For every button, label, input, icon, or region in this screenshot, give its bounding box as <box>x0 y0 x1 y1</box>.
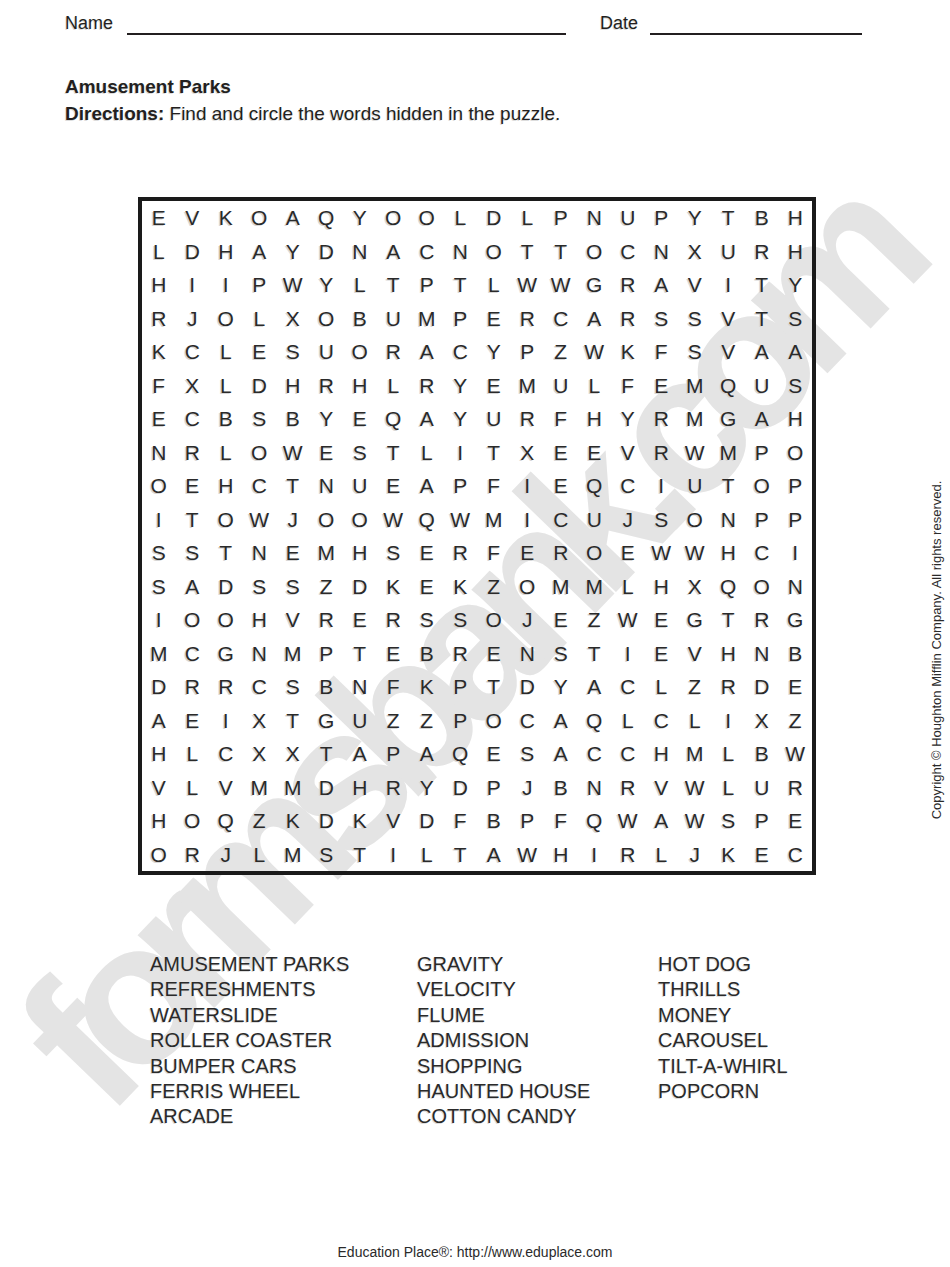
grid-cell-r5c10: C <box>444 335 478 369</box>
grid-cell-r13c6: R <box>310 603 344 637</box>
grid-cell-r19c9: D <box>410 804 444 838</box>
grid-cell-r2c16: N <box>645 235 679 269</box>
grid-cell-r7c8: Q <box>377 402 411 436</box>
grid-cell-r13c13: E <box>544 603 578 637</box>
grid-cell-r12c19: O <box>745 570 779 604</box>
grid-cell-r10c19: P <box>745 503 779 537</box>
grid-cell-r6c2: X <box>176 369 210 403</box>
grid-cell-r17c19: B <box>745 737 779 771</box>
grid-cell-r12c6: Z <box>310 570 344 604</box>
name-label: Name <box>65 13 113 34</box>
grid-cell-r6c11: E <box>477 369 511 403</box>
grid-cell-r6c19: U <box>745 369 779 403</box>
grid-cell-r4c3: O <box>209 302 243 336</box>
word-item: HAUNTED HOUSE <box>417 1079 590 1104</box>
grid-cell-r11c2: S <box>176 536 210 570</box>
grid-cell-r12c15: L <box>611 570 645 604</box>
grid-cell-r2c4: A <box>243 235 277 269</box>
grid-cell-r2c1: L <box>142 235 176 269</box>
grid-cell-r17c1: H <box>142 737 176 771</box>
grid-cell-r14c15: I <box>611 637 645 671</box>
grid-cell-r4c1: R <box>142 302 176 336</box>
grid-cell-r3c20: Y <box>779 268 813 302</box>
grid-cell-r3c3: I <box>209 268 243 302</box>
grid-cell-r3c1: H <box>142 268 176 302</box>
grid-cell-r7c20: H <box>779 402 813 436</box>
grid-cell-r20c19: E <box>745 838 779 872</box>
grid-cell-r11c9: E <box>410 536 444 570</box>
grid-cell-r11c12: E <box>511 536 545 570</box>
word-item: THRILLS <box>658 977 788 1002</box>
grid-cell-r7c18: G <box>712 402 746 436</box>
word-search-grid: EVKOAQYOOLDLPNUPYTBHLDHAYDNACNOTTOCNXURH… <box>138 197 816 875</box>
grid-cell-r11c17: W <box>678 536 712 570</box>
grid-cell-r17c14: C <box>578 737 612 771</box>
grid-cell-r1c13: P <box>544 201 578 235</box>
grid-cell-r17c13: A <box>544 737 578 771</box>
grid-cell-r5c20: A <box>779 335 813 369</box>
grid-cell-r1c20: H <box>779 201 813 235</box>
grid-cell-r15c14: A <box>578 670 612 704</box>
grid-cell-r20c9: L <box>410 838 444 872</box>
grid-cell-r6c16: E <box>645 369 679 403</box>
copyright-notice: Copyright © Houghton Mifflin Company. Al… <box>929 481 944 820</box>
grid-cell-r19c15: W <box>611 804 645 838</box>
grid-cell-r5c6: U <box>310 335 344 369</box>
grid-cell-r3c12: W <box>511 268 545 302</box>
grid-cell-r4c11: E <box>477 302 511 336</box>
grid-cell-r9c8: E <box>377 469 411 503</box>
word-item: TILT-A-WHIRL <box>658 1054 788 1079</box>
grid-cell-r14c16: E <box>645 637 679 671</box>
grid-cell-r20c3: J <box>209 838 243 872</box>
grid-cell-r2c10: N <box>444 235 478 269</box>
grid-cell-r15c10: P <box>444 670 478 704</box>
grid-cell-r17c2: L <box>176 737 210 771</box>
grid-cell-r2c12: T <box>511 235 545 269</box>
grid-cell-r17c7: A <box>343 737 377 771</box>
grid-cell-r1c3: K <box>209 201 243 235</box>
grid-cell-r13c20: G <box>779 603 813 637</box>
grid-cell-r9c9: A <box>410 469 444 503</box>
grid-cell-r8c10: I <box>444 436 478 470</box>
grid-cell-r14c17: V <box>678 637 712 671</box>
grid-cell-r5c5: S <box>276 335 310 369</box>
grid-cell-r20c12: W <box>511 838 545 872</box>
grid-cell-r11c6: M <box>310 536 344 570</box>
grid-cell-r17c16: H <box>645 737 679 771</box>
grid-cell-r6c13: U <box>544 369 578 403</box>
grid-cell-r10c1: I <box>142 503 176 537</box>
grid-cell-r4c2: J <box>176 302 210 336</box>
grid-cell-r8c2: R <box>176 436 210 470</box>
grid-cell-r4c19: T <box>745 302 779 336</box>
grid-cell-r9c7: U <box>343 469 377 503</box>
grid-cell-r6c20: S <box>779 369 813 403</box>
grid-cell-r18c8: R <box>377 771 411 805</box>
grid-cell-r10c16: S <box>645 503 679 537</box>
grid-cell-r5c11: Y <box>477 335 511 369</box>
grid-cell-r15c3: R <box>209 670 243 704</box>
grid-cell-r12c5: S <box>276 570 310 604</box>
word-item: CAROUSEL <box>658 1028 788 1053</box>
grid-cell-r5c3: L <box>209 335 243 369</box>
grid-cell-r2c13: T <box>544 235 578 269</box>
grid-cell-r7c15: Y <box>611 402 645 436</box>
grid-cell-r3c7: L <box>343 268 377 302</box>
grid-cell-r17c11: E <box>477 737 511 771</box>
grid-cell-r18c4: M <box>243 771 277 805</box>
grid-cell-r3c2: I <box>176 268 210 302</box>
grid-cell-r14c2: C <box>176 637 210 671</box>
grid-cell-r20c4: L <box>243 838 277 872</box>
grid-cell-r11c5: E <box>276 536 310 570</box>
grid-cell-r9c3: H <box>209 469 243 503</box>
grid-cell-r3c13: W <box>544 268 578 302</box>
directions-line: Directions: Find and circle the words hi… <box>65 103 560 125</box>
grid-cell-r19c16: A <box>645 804 679 838</box>
grid-cell-r2c3: H <box>209 235 243 269</box>
grid-cell-r18c12: J <box>511 771 545 805</box>
grid-cell-r1c18: T <box>712 201 746 235</box>
grid-cell-r13c8: R <box>377 603 411 637</box>
word-column: AMUSEMENT PARKSREFRESHMENTSWATERSLIDEROL… <box>150 952 349 1130</box>
grid-cell-r5c17: S <box>678 335 712 369</box>
grid-cell-r7c19: A <box>745 402 779 436</box>
grid-cell-r9c12: I <box>511 469 545 503</box>
grid-cell-r15c13: Y <box>544 670 578 704</box>
grid-cell-r10c13: C <box>544 503 578 537</box>
grid-cell-r7c1: E <box>142 402 176 436</box>
grid-cell-r4c14: A <box>578 302 612 336</box>
grid-cell-r9c17: U <box>678 469 712 503</box>
grid-cell-r4c12: R <box>511 302 545 336</box>
grid-cell-r9c13: E <box>544 469 578 503</box>
grid-cell-r1c7: Y <box>343 201 377 235</box>
grid-cell-r18c10: D <box>444 771 478 805</box>
word-item: GRAVITY <box>417 952 590 977</box>
grid-cell-r9c1: O <box>142 469 176 503</box>
word-item: FLUME <box>417 1003 590 1028</box>
grid-cell-r11c7: H <box>343 536 377 570</box>
directions-text: Find and circle the words hidden in the … <box>164 103 560 124</box>
grid-cell-r10c17: O <box>678 503 712 537</box>
grid-cell-r10c10: W <box>444 503 478 537</box>
grid-cell-r8c4: O <box>243 436 277 470</box>
grid-cell-r20c2: R <box>176 838 210 872</box>
grid-cell-r15c5: S <box>276 670 310 704</box>
grid-cell-r17c5: X <box>276 737 310 771</box>
grid-cell-r18c16: V <box>645 771 679 805</box>
grid-cell-r8c20: O <box>779 436 813 470</box>
grid-cell-r8c8: T <box>377 436 411 470</box>
grid-cell-r7c12: R <box>511 402 545 436</box>
grid-cell-r14c20: B <box>779 637 813 671</box>
grid-cell-r6c8: L <box>377 369 411 403</box>
grid-cell-r7c4: S <box>243 402 277 436</box>
footer-text: Education Place®: http://www.eduplace.co… <box>0 1244 950 1260</box>
grid-cell-r18c13: B <box>544 771 578 805</box>
grid-cell-r19c4: Z <box>243 804 277 838</box>
word-item: WATERSLIDE <box>150 1003 349 1028</box>
grid-cell-r2c20: H <box>779 235 813 269</box>
grid-cell-r19c3: Q <box>209 804 243 838</box>
word-item: VELOCITY <box>417 977 590 1002</box>
word-item: POPCORN <box>658 1079 788 1104</box>
grid-cell-r11c14: O <box>578 536 612 570</box>
grid-cell-r9c19: O <box>745 469 779 503</box>
grid-cell-r18c2: L <box>176 771 210 805</box>
grid-cell-r13c1: I <box>142 603 176 637</box>
grid-cell-r6c5: H <box>276 369 310 403</box>
grid-cell-r18c14: N <box>578 771 612 805</box>
grid-cell-r10c8: W <box>377 503 411 537</box>
grid-cell-r14c18: H <box>712 637 746 671</box>
grid-cell-r5c13: Z <box>544 335 578 369</box>
grid-cell-r18c19: U <box>745 771 779 805</box>
grid-cell-r10c4: W <box>243 503 277 537</box>
grid-cell-r2c7: N <box>343 235 377 269</box>
grid-cell-r9c5: T <box>276 469 310 503</box>
grid-cell-r10c11: M <box>477 503 511 537</box>
grid-cell-r4c18: V <box>712 302 746 336</box>
grid-cell-r7c16: R <box>645 402 679 436</box>
grid-cell-r11c20: I <box>779 536 813 570</box>
grid-cell-r4c5: X <box>276 302 310 336</box>
grid-cell-r15c1: D <box>142 670 176 704</box>
grid-cell-r15c20: E <box>779 670 813 704</box>
grid-cell-r12c9: E <box>410 570 444 604</box>
grid-cell-r3c17: V <box>678 268 712 302</box>
grid-cell-r18c3: V <box>209 771 243 805</box>
name-fill-line[interactable] <box>127 18 566 35</box>
grid-cell-r13c17: G <box>678 603 712 637</box>
grid-cell-r16c5: T <box>276 704 310 738</box>
grid-cell-r10c9: Q <box>410 503 444 537</box>
grid-cell-r13c16: E <box>645 603 679 637</box>
grid-cell-r14c19: N <box>745 637 779 671</box>
word-item: ROLLER COASTER <box>150 1028 349 1053</box>
grid-cell-r15c8: F <box>377 670 411 704</box>
grid-cell-r5c7: O <box>343 335 377 369</box>
grid-cell-r7c5: B <box>276 402 310 436</box>
grid-cell-r10c15: J <box>611 503 645 537</box>
grid-cell-r17c15: C <box>611 737 645 771</box>
grid-cell-r2c18: U <box>712 235 746 269</box>
grid-cell-r2c6: D <box>310 235 344 269</box>
grid-cell-r16c13: A <box>544 704 578 738</box>
grid-cell-r3c4: P <box>243 268 277 302</box>
grid-cell-r18c9: Y <box>410 771 444 805</box>
grid-cell-r2c17: X <box>678 235 712 269</box>
grid-cell-r8c16: R <box>645 436 679 470</box>
grid-cell-r1c16: P <box>645 201 679 235</box>
grid-cell-r4c15: R <box>611 302 645 336</box>
grid-cell-r12c10: K <box>444 570 478 604</box>
grid-cell-r14c11: E <box>477 637 511 671</box>
grid-cell-r5c14: W <box>578 335 612 369</box>
word-item: AMUSEMENT PARKS <box>150 952 349 977</box>
grid-cell-r1c17: Y <box>678 201 712 235</box>
grid-cell-r18c7: H <box>343 771 377 805</box>
grid-cell-r20c18: K <box>712 838 746 872</box>
word-column: GRAVITYVELOCITYFLUMEADMISSIONSHOPPINGHAU… <box>417 952 590 1130</box>
grid-cell-r1c8: O <box>377 201 411 235</box>
grid-cell-r11c3: T <box>209 536 243 570</box>
grid-cell-r1c5: A <box>276 201 310 235</box>
grid-cell-r12c13: M <box>544 570 578 604</box>
grid-cell-r12c14: M <box>578 570 612 604</box>
grid-cell-r20c10: T <box>444 838 478 872</box>
grid-cell-r15c15: C <box>611 670 645 704</box>
grid-cell-r15c9: K <box>410 670 444 704</box>
grid-cell-r7c11: U <box>477 402 511 436</box>
grid-cell-r18c6: D <box>310 771 344 805</box>
grid-cell-r17c10: Q <box>444 737 478 771</box>
grid-cell-r14c7: T <box>343 637 377 671</box>
word-item: SHOPPING <box>417 1054 590 1079</box>
grid-cell-r12c18: Q <box>712 570 746 604</box>
grid-cell-r8c12: X <box>511 436 545 470</box>
grid-cell-r2c14: O <box>578 235 612 269</box>
grid-cell-r8c15: V <box>611 436 645 470</box>
grid-cell-r9c20: P <box>779 469 813 503</box>
date-label: Date <box>600 13 638 34</box>
word-item: COTTON CANDY <box>417 1104 590 1129</box>
grid-cell-r19c17: W <box>678 804 712 838</box>
grid-cell-r10c7: O <box>343 503 377 537</box>
grid-cell-r12c1: S <box>142 570 176 604</box>
grid-cell-r16c6: G <box>310 704 344 738</box>
grid-cell-r2c2: D <box>176 235 210 269</box>
grid-cell-r13c9: S <box>410 603 444 637</box>
grid-cell-r3c14: G <box>578 268 612 302</box>
grid-cell-r16c16: C <box>645 704 679 738</box>
grid-cell-r15c7: N <box>343 670 377 704</box>
grid-cell-r2c19: R <box>745 235 779 269</box>
grid-cell-r5c4: E <box>243 335 277 369</box>
grid-cell-r4c7: B <box>343 302 377 336</box>
grid-cell-r11c18: H <box>712 536 746 570</box>
grid-cell-r10c20: P <box>779 503 813 537</box>
grid-cell-r20c5: M <box>276 838 310 872</box>
grid-cell-r12c3: D <box>209 570 243 604</box>
grid-cell-r4c8: U <box>377 302 411 336</box>
grid-cell-r6c3: L <box>209 369 243 403</box>
grid-cell-r17c12: S <box>511 737 545 771</box>
word-column: HOT DOGTHRILLSMONEYCAROUSELTILT-A-WHIRLP… <box>658 952 788 1104</box>
grid-cell-r20c20: C <box>779 838 813 872</box>
grid-cell-r20c14: I <box>578 838 612 872</box>
grid-cell-r4c6: O <box>310 302 344 336</box>
grid-cell-r9c11: F <box>477 469 511 503</box>
grid-cell-r16c20: Z <box>779 704 813 738</box>
grid-cell-r10c3: O <box>209 503 243 537</box>
grid-cell-r7c10: Y <box>444 402 478 436</box>
grid-cell-r3c5: W <box>276 268 310 302</box>
grid-cell-r19c12: P <box>511 804 545 838</box>
grid-cell-r2c15: C <box>611 235 645 269</box>
grid-cell-r6c12: M <box>511 369 545 403</box>
grid-cell-r7c17: M <box>678 402 712 436</box>
grid-cell-r15c11: T <box>477 670 511 704</box>
grid-cell-r16c8: Z <box>377 704 411 738</box>
word-item: REFRESHMENTS <box>150 977 349 1002</box>
grid-cell-r11c4: N <box>243 536 277 570</box>
grid-cell-r15c18: R <box>712 670 746 704</box>
grid-cell-r8c9: L <box>410 436 444 470</box>
grid-cell-r4c10: P <box>444 302 478 336</box>
grid-cell-r13c19: R <box>745 603 779 637</box>
grid-cell-r7c3: B <box>209 402 243 436</box>
grid-cell-r20c11: A <box>477 838 511 872</box>
grid-cell-r12c16: H <box>645 570 679 604</box>
word-item: ADMISSION <box>417 1028 590 1053</box>
grid-cell-r10c5: J <box>276 503 310 537</box>
date-fill-line[interactable] <box>650 18 862 35</box>
grid-cell-r11c11: F <box>477 536 511 570</box>
grid-cell-r18c1: V <box>142 771 176 805</box>
grid-cell-r4c20: S <box>779 302 813 336</box>
word-item: ARCADE <box>150 1104 349 1129</box>
grid-cell-r12c11: Z <box>477 570 511 604</box>
grid-cell-r14c1: M <box>142 637 176 671</box>
grid-cell-r6c18: Q <box>712 369 746 403</box>
grid-cell-r18c5: M <box>276 771 310 805</box>
grid-cell-r20c15: R <box>611 838 645 872</box>
grid-cell-r12c4: S <box>243 570 277 604</box>
grid-cell-r9c2: E <box>176 469 210 503</box>
grid-cell-r3c16: A <box>645 268 679 302</box>
grid-cell-r19c14: Q <box>578 804 612 838</box>
grid-cell-r13c12: J <box>511 603 545 637</box>
grid-cell-r15c2: R <box>176 670 210 704</box>
grid-cell-r12c8: K <box>377 570 411 604</box>
grid-cell-r11c16: W <box>645 536 679 570</box>
grid-cell-r5c16: F <box>645 335 679 369</box>
grid-cell-r14c10: R <box>444 637 478 671</box>
grid-cell-r8c14: E <box>578 436 612 470</box>
grid-cell-r14c13: S <box>544 637 578 671</box>
grid-cell-r13c2: O <box>176 603 210 637</box>
grid-cell-r1c11: D <box>477 201 511 235</box>
grid-cell-r1c2: V <box>176 201 210 235</box>
grid-cell-r11c8: S <box>377 536 411 570</box>
grid-cell-r6c9: R <box>410 369 444 403</box>
grid-cell-r16c11: O <box>477 704 511 738</box>
grid-cell-r1c15: U <box>611 201 645 235</box>
grid-cell-r9c4: C <box>243 469 277 503</box>
grid-cell-r17c3: C <box>209 737 243 771</box>
directions-label: Directions: <box>65 103 164 124</box>
grid-cell-r3c19: T <box>745 268 779 302</box>
grid-cell-r14c3: G <box>209 637 243 671</box>
grid-cell-r16c15: L <box>611 704 645 738</box>
grid-cell-r6c4: D <box>243 369 277 403</box>
grid-cell-r1c14: N <box>578 201 612 235</box>
grid-cell-r12c12: O <box>511 570 545 604</box>
grid-cell-r5c12: P <box>511 335 545 369</box>
grid-cell-r19c19: P <box>745 804 779 838</box>
grid-cell-r9c15: C <box>611 469 645 503</box>
grid-cell-r14c6: P <box>310 637 344 671</box>
grid-cell-r4c9: M <box>410 302 444 336</box>
grid-cell-r1c12: L <box>511 201 545 235</box>
grid-cell-r7c9: A <box>410 402 444 436</box>
grid-cell-r12c2: A <box>176 570 210 604</box>
grid-cell-r9c16: I <box>645 469 679 503</box>
grid-cell-r16c17: L <box>678 704 712 738</box>
